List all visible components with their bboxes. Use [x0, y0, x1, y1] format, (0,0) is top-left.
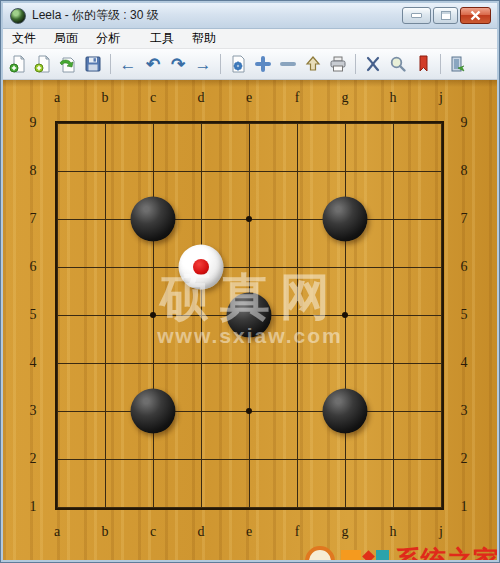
row-label: 9	[461, 115, 468, 131]
row-label: 8	[461, 163, 468, 179]
pass-icon[interactable]	[302, 53, 324, 75]
menu-bar: 文件 局面 分析 工具 帮助	[3, 29, 497, 49]
black-stone	[131, 389, 176, 434]
row-label: 9	[30, 115, 37, 131]
star-point	[246, 216, 252, 222]
go-board[interactable]: 硕真网 www.sxiaw.com 系统之家 aabbccddeeffgghhj…	[3, 80, 497, 560]
minus-icon[interactable]	[277, 53, 299, 75]
close-icon	[470, 10, 481, 21]
column-label: f	[295, 90, 300, 106]
menu-analysis[interactable]: 分析	[87, 28, 129, 49]
site-watermark: 系统之家	[305, 546, 497, 560]
forward-to-end-icon[interactable]: →	[192, 53, 214, 75]
toolbar-separator	[110, 54, 111, 74]
row-label: 4	[30, 355, 37, 371]
row-label: 6	[30, 259, 37, 275]
black-stone	[227, 293, 272, 338]
row-label: 2	[461, 451, 468, 467]
column-label: d	[198, 90, 205, 106]
exit-door-icon[interactable]	[447, 53, 469, 75]
row-label: 8	[30, 163, 37, 179]
menu-file[interactable]: 文件	[3, 28, 45, 49]
hint-magnifier-icon[interactable]	[387, 53, 409, 75]
row-label: 1	[461, 499, 468, 515]
column-label: g	[342, 524, 349, 540]
new-game-icon[interactable]	[7, 53, 29, 75]
toolbar-separator	[220, 54, 221, 74]
title-bar[interactable]: Leela - 你的等级 : 30 级	[3, 3, 497, 29]
column-label: j	[439, 524, 443, 540]
site-watermark-text: 系统之家	[395, 546, 497, 560]
column-label: c	[150, 90, 156, 106]
column-label: b	[102, 90, 109, 106]
minimize-button[interactable]	[402, 7, 431, 24]
column-label: a	[54, 90, 60, 106]
column-label: d	[198, 524, 205, 540]
row-label: 4	[461, 355, 468, 371]
row-label: 6	[461, 259, 468, 275]
star-point	[342, 312, 348, 318]
black-stone	[323, 389, 368, 434]
row-label: 3	[30, 403, 37, 419]
new-rated-game-icon[interactable]	[32, 53, 54, 75]
row-label: 1	[30, 499, 37, 515]
toolbar: ← ↶ ↷ →	[3, 49, 497, 80]
back-to-start-icon[interactable]: ←	[117, 53, 139, 75]
undo-icon[interactable]: ↶	[142, 53, 164, 75]
toolbar-separator	[440, 54, 441, 74]
leela-window: Leela - 你的等级 : 30 级 文件 局面 分析 工具 帮助	[0, 0, 500, 563]
window-title: Leela - 你的等级 : 30 级	[32, 7, 159, 24]
column-label: h	[390, 90, 397, 106]
menu-position[interactable]: 局面	[45, 28, 87, 49]
score-printer-icon[interactable]	[327, 53, 349, 75]
column-label: b	[102, 524, 109, 540]
row-label: 2	[30, 451, 37, 467]
column-label: j	[439, 90, 443, 106]
row-label: 5	[461, 307, 468, 323]
column-label: g	[342, 90, 349, 106]
row-label: 7	[461, 211, 468, 227]
open-game-icon[interactable]	[57, 53, 79, 75]
column-label: e	[246, 524, 252, 540]
column-label: e	[246, 90, 252, 106]
star-point	[246, 408, 252, 414]
last-move-marker	[193, 259, 209, 275]
menu-tools[interactable]: 工具	[141, 28, 183, 49]
column-label: h	[390, 524, 397, 540]
redo-icon[interactable]: ↷	[167, 53, 189, 75]
save-game-icon[interactable]	[82, 53, 104, 75]
row-label: 7	[30, 211, 37, 227]
column-label: a	[54, 524, 60, 540]
maximize-icon	[441, 11, 451, 20]
column-label: f	[295, 524, 300, 540]
column-label: c	[150, 524, 156, 540]
site-logo-blocks	[341, 550, 389, 560]
menu-help[interactable]: 帮助	[183, 28, 225, 49]
black-stone	[131, 197, 176, 242]
close-button[interactable]	[460, 7, 491, 24]
app-go-stone-icon	[10, 8, 26, 24]
row-label: 5	[30, 307, 37, 323]
bookmark-icon[interactable]	[412, 53, 434, 75]
plus-icon[interactable]	[252, 53, 274, 75]
site-logo-icon	[305, 546, 335, 560]
maximize-button[interactable]	[433, 7, 458, 24]
toolbar-separator	[355, 54, 356, 74]
black-stone	[323, 197, 368, 242]
row-label: 3	[461, 403, 468, 419]
minimize-icon	[411, 13, 422, 18]
star-point	[150, 312, 156, 318]
resign-x-icon[interactable]	[362, 53, 384, 75]
analyze-gear-icon[interactable]	[227, 53, 249, 75]
